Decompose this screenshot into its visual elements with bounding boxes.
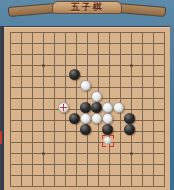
banner-ribbon-tail-right	[118, 3, 167, 17]
star-point	[130, 64, 133, 67]
gomoku-board[interactable]	[4, 26, 170, 190]
white-stone	[80, 113, 91, 124]
gomoku-app-window: 五子棋	[0, 0, 174, 190]
cursor-marker[interactable]	[102, 135, 114, 147]
last-move-cross-marker	[60, 104, 67, 111]
white-stone	[113, 102, 124, 113]
star-point	[130, 152, 133, 155]
white-stone	[80, 80, 91, 91]
white-stone	[91, 91, 102, 102]
black-stone	[80, 102, 91, 113]
black-stone	[69, 69, 80, 80]
title-banner: 五子棋	[0, 0, 174, 20]
cursor-sparkle	[106, 138, 108, 140]
banner-ribbon-tail-left	[8, 3, 57, 17]
black-stone	[69, 113, 80, 124]
left-edge-red-accent	[0, 131, 2, 144]
black-stone	[124, 124, 135, 135]
app-title: 五子棋	[71, 2, 104, 13]
white-stone	[102, 102, 113, 113]
white-stone	[102, 113, 113, 124]
star-point	[42, 152, 45, 155]
banner-ribbon-center: 五子棋	[52, 1, 122, 14]
black-stone	[124, 113, 135, 124]
black-stone	[102, 124, 113, 135]
star-point	[42, 64, 45, 67]
white-stone	[91, 113, 102, 124]
black-stone	[91, 102, 102, 113]
black-stone	[80, 124, 91, 135]
